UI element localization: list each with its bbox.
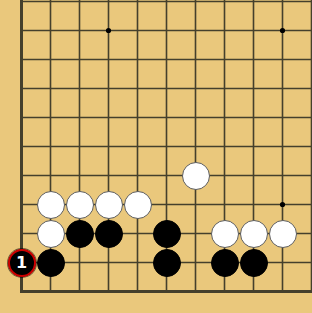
stone-black	[211, 249, 239, 277]
stone-white	[37, 191, 65, 219]
stone-white	[37, 220, 65, 248]
go-board-diagram[interactable]: 1	[0, 0, 312, 313]
stone-black	[66, 220, 94, 248]
move-number-label: 1	[8, 249, 36, 277]
stone-white	[211, 220, 239, 248]
stone-white	[124, 191, 152, 219]
stone-white	[269, 220, 297, 248]
stone-black	[95, 220, 123, 248]
stone-white	[240, 220, 268, 248]
star-point	[106, 28, 111, 33]
stone-black	[153, 220, 181, 248]
stone-black	[153, 249, 181, 277]
stone-white	[182, 162, 210, 190]
stone-black	[37, 249, 65, 277]
stone-white	[95, 191, 123, 219]
star-point	[280, 28, 285, 33]
stone-white	[66, 191, 94, 219]
stone-black	[240, 249, 268, 277]
star-point	[280, 202, 285, 207]
